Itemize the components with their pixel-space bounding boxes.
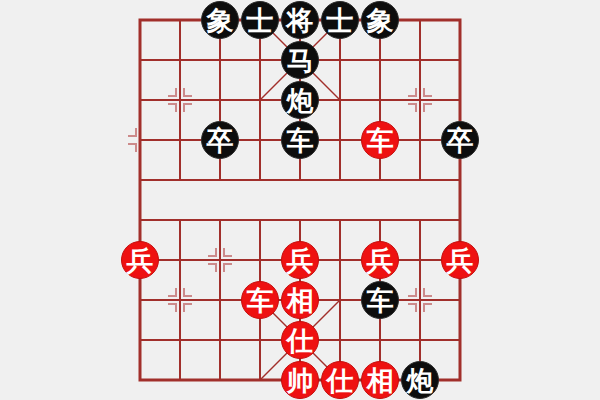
piece-black-chariot[interactable]: 车 [361, 281, 399, 319]
piece-red-chariot[interactable]: 车 [361, 121, 399, 159]
piece-black-advisor[interactable]: 士 [321, 1, 359, 39]
piece-red-soldier[interactable]: 兵 [281, 241, 319, 279]
piece-black-cannon[interactable]: 炮 [401, 361, 439, 399]
piece-red-soldier[interactable]: 兵 [121, 241, 159, 279]
xiangqi-app-screen: 象士将士象马炮卒车车卒兵兵兵兵车相车仕帅仕相炮 [0, 0, 600, 400]
piece-black-chariot[interactable]: 车 [281, 121, 319, 159]
piece-red-soldier[interactable]: 兵 [441, 241, 479, 279]
piece-black-elephant[interactable]: 象 [201, 1, 239, 39]
piece-red-general[interactable]: 帅 [281, 361, 319, 399]
piece-red-advisor[interactable]: 仕 [281, 321, 319, 359]
piece-red-elephant[interactable]: 相 [361, 361, 399, 399]
piece-black-elephant[interactable]: 象 [361, 1, 399, 39]
piece-red-soldier[interactable]: 兵 [361, 241, 399, 279]
pieces-layer: 象士将士象马炮卒车车卒兵兵兵兵车相车仕帅仕相炮 [120, 0, 480, 400]
piece-black-soldier[interactable]: 卒 [201, 121, 239, 159]
piece-black-advisor[interactable]: 士 [241, 1, 279, 39]
piece-red-advisor[interactable]: 仕 [321, 361, 359, 399]
piece-black-horse[interactable]: 马 [281, 41, 319, 79]
piece-red-chariot[interactable]: 车 [241, 281, 279, 319]
xiangqi-board[interactable]: 象士将士象马炮卒车车卒兵兵兵兵车相车仕帅仕相炮 [120, 0, 480, 400]
piece-red-elephant[interactable]: 相 [281, 281, 319, 319]
piece-black-cannon[interactable]: 炮 [281, 81, 319, 119]
piece-black-general[interactable]: 将 [281, 1, 319, 39]
piece-black-soldier[interactable]: 卒 [441, 121, 479, 159]
